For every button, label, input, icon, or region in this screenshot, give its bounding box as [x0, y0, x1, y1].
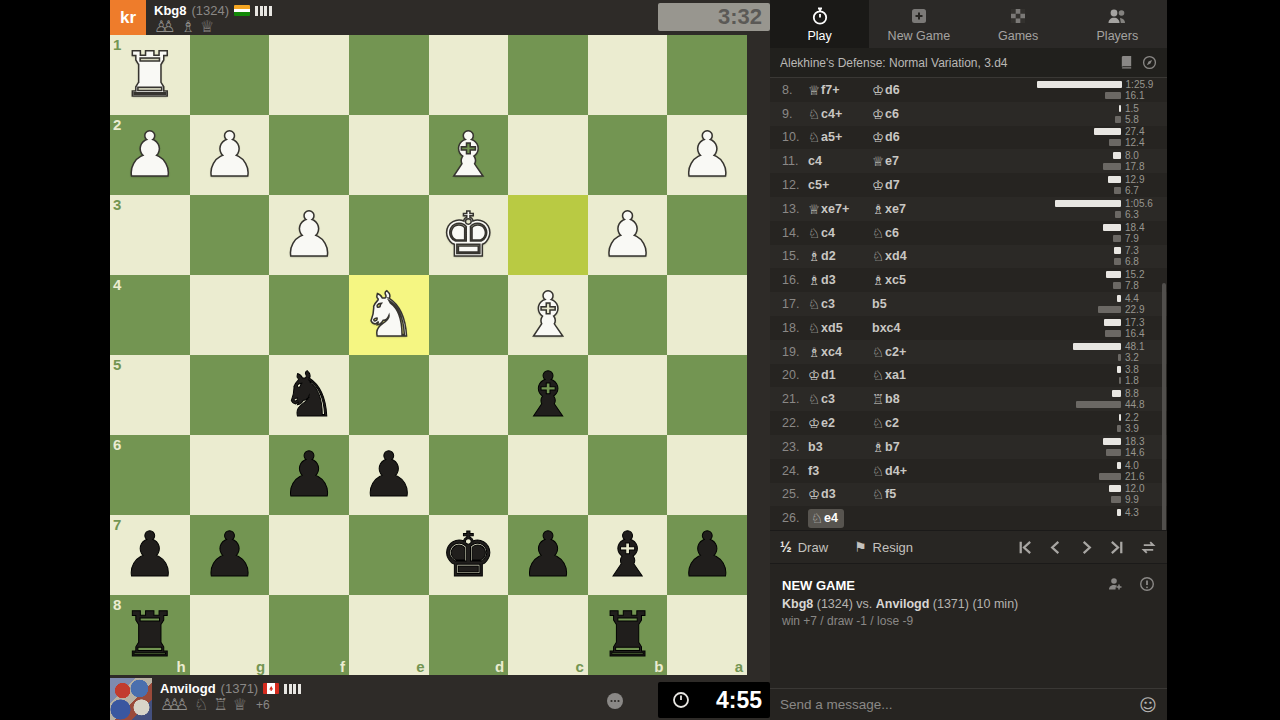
square-c1[interactable] [508, 35, 588, 115]
game-matchup: Kbg8 (1324) vs. Anvilogd (1371) (10 min) [782, 597, 1155, 611]
bottom-player-clock: 4:55 [658, 682, 770, 718]
move-number: 21. [782, 392, 808, 406]
n-piece-icon: ♘ [872, 248, 884, 264]
square-c4[interactable]: ♝ [508, 275, 588, 355]
opening-book-icon[interactable] [1119, 55, 1134, 70]
black-pawn-g7: ♟ [202, 516, 258, 594]
move-row-25: 25.♔d3♘f512.09.9 [770, 483, 1167, 507]
connection-signal-icon [255, 6, 272, 16]
move-times: 12.96.7 [1037, 174, 1167, 196]
file-label: e [416, 658, 424, 675]
player-name: Kbg8 [154, 3, 187, 18]
game-info: NEW GAME Kbg8 (1324) vs. Anvilogd (1371)… [770, 564, 1167, 628]
captured-pieces-tray: ♙♙♗♕ [154, 19, 272, 35]
file-label: a [735, 658, 743, 675]
n-piece-icon: ♘ [808, 296, 820, 312]
black-move[interactable]: ♗xe7 [872, 201, 1037, 217]
b-piece-icon: ♗ [872, 201, 884, 217]
top-player-clock: 3:32 [658, 3, 770, 31]
square-g6[interactable] [190, 435, 270, 515]
n-piece-icon: ♘ [808, 106, 820, 122]
square-a4[interactable] [667, 275, 747, 355]
k-piece-icon: ♔ [808, 367, 820, 383]
square-f8[interactable]: f [269, 595, 349, 675]
square-a8[interactable]: a [667, 595, 747, 675]
captured-b-icon: ♗ [181, 19, 195, 35]
b-piece-icon: ♗ [872, 272, 884, 288]
white-pawn-a2: ♟ [679, 116, 735, 194]
rank-label: 4 [113, 276, 121, 293]
nav-prev-button[interactable] [1047, 539, 1064, 556]
white-move[interactable]: ♔d3 [808, 486, 872, 502]
move-number: 17. [782, 297, 808, 311]
white-move[interactable]: ♘e4 [808, 509, 872, 528]
square-g3[interactable] [190, 195, 270, 275]
rank-label: 3 [113, 196, 121, 213]
square-a2[interactable]: ♟ [667, 115, 747, 195]
nav-first-button[interactable] [1016, 539, 1033, 556]
move-number: 13. [782, 202, 808, 216]
square-b6[interactable] [588, 435, 668, 515]
scrollbar-thumb[interactable] [1162, 283, 1166, 530]
n-piece-icon: ♘ [811, 510, 823, 526]
square-e4[interactable]: ♞ [349, 275, 429, 355]
b-piece-icon: ♗ [872, 439, 884, 455]
b-piece-icon: ♗ [808, 344, 820, 360]
move-row-19: 19.♗xc4♘c2+48.13.2 [770, 340, 1167, 364]
move-row-14: 14.♘c4♘c618.47.9 [770, 221, 1167, 245]
white-rook-h1: ♜ [122, 36, 178, 114]
rank-label: 7 [113, 516, 121, 533]
black-rook-b8: ♜ [600, 596, 656, 674]
black-move[interactable]: ♔c6 [872, 106, 1037, 122]
chat-input[interactable]: Send a message... [780, 697, 1139, 712]
white-pawn-f3: ♟ [281, 196, 337, 274]
square-g7[interactable]: ♟ [190, 515, 270, 595]
move-number: 23. [782, 440, 808, 454]
square-f4[interactable] [269, 275, 349, 355]
black-move[interactable]: ♘xa1 [872, 367, 1037, 383]
black-move[interactable]: ♘c2 [872, 415, 1037, 431]
black-move[interactable]: bxc4 [872, 321, 1037, 335]
square-b2[interactable] [588, 115, 668, 195]
black-move[interactable]: ♔d7 [872, 177, 1037, 193]
black-pawn-e6: ♟ [361, 436, 417, 514]
side-panel: Play New Game Games Players Alekhine's D… [770, 0, 1167, 720]
move-row-20: 20.♔d1♘xa13.81.8 [770, 364, 1167, 388]
black-rook-h8: ♜ [122, 596, 178, 674]
file-label: g [256, 658, 265, 675]
square-h3[interactable]: 3 [110, 195, 190, 275]
move-times: 4.021.6 [1037, 460, 1167, 482]
captured-q-icon: ♕ [200, 19, 214, 35]
white-move[interactable]: ♘xd5 [808, 320, 872, 336]
tab-bar: Play New Game Games Players [770, 0, 1167, 48]
r-piece-icon: ♖ [872, 391, 884, 407]
chat-row: Send a message... ☺ [770, 688, 1167, 720]
square-b8[interactable]: b♜ [588, 595, 668, 675]
square-b4[interactable] [588, 275, 668, 355]
file-label: c [575, 658, 583, 675]
white-king-d3: ♚ [441, 196, 497, 274]
square-d4[interactable] [429, 275, 509, 355]
square-b1[interactable] [588, 35, 668, 115]
move-row-24: 24.f3♘d4+4.021.6 [770, 459, 1167, 483]
move-number: 18. [782, 321, 808, 335]
black-bishop-b7: ♝ [600, 516, 656, 594]
square-f7[interactable] [269, 515, 349, 595]
square-h8[interactable]: 8h♜ [110, 595, 190, 675]
top-player-bar: kr Kbg8 (1324) ♙♙♗♕ [110, 0, 747, 35]
square-b7[interactable]: ♝ [588, 515, 668, 595]
black-move[interactable]: ♖b8 [872, 391, 1037, 407]
q-piece-icon: ♕ [872, 153, 884, 169]
avatar[interactable]: kr [110, 0, 146, 35]
move-row-22: 22.♔e2♘c22.23.9 [770, 411, 1167, 435]
black-move[interactable]: ♗xc5 [872, 272, 1037, 288]
square-d2[interactable]: ♝ [429, 115, 509, 195]
rank-label: 5 [113, 356, 121, 373]
square-g8[interactable]: g [190, 595, 270, 675]
move-times: 4.3 [1037, 507, 1167, 529]
captured-r-icon: ♖ [213, 697, 227, 713]
n-piece-icon: ♘ [808, 225, 820, 241]
move-number: 20. [782, 368, 808, 382]
square-e6[interactable]: ♟ [349, 435, 429, 515]
square-e8[interactable]: e [349, 595, 429, 675]
file-label: b [654, 658, 663, 675]
smiley-icon[interactable]: ☺ [1139, 695, 1157, 715]
square-e3[interactable] [349, 195, 429, 275]
square-a5[interactable] [667, 355, 747, 435]
black-move[interactable]: ♗b7 [872, 439, 1037, 455]
white-pawn-h2: ♟ [122, 116, 178, 194]
move-row-16: 16.♗d3♗xc515.27.8 [770, 268, 1167, 292]
alert-icon[interactable] [1139, 576, 1155, 592]
square-a3[interactable] [667, 195, 747, 275]
checkerboard-icon [1008, 6, 1028, 26]
square-b3[interactable]: ♟ [588, 195, 668, 275]
move-times: 7.36.8 [1037, 245, 1167, 267]
player-name: Anvilogd [160, 681, 216, 696]
rank-label: 1 [113, 36, 121, 53]
k-piece-icon: ♔ [872, 129, 884, 145]
black-move[interactable]: ♘c2+ [872, 344, 1037, 360]
move-number: 24. [782, 464, 808, 478]
square-c2[interactable] [508, 115, 588, 195]
n-piece-icon: ♘ [808, 391, 820, 407]
square-e7[interactable] [349, 515, 429, 595]
n-piece-icon: ♘ [872, 344, 884, 360]
square-f5[interactable]: ♞ [269, 355, 349, 435]
people-icon [1106, 6, 1128, 26]
captured-p-icon: ♙♙ [154, 19, 176, 35]
move-number: 19. [782, 345, 808, 359]
square-d5[interactable] [429, 355, 509, 435]
file-label: h [176, 658, 185, 675]
file-label: f [340, 658, 345, 675]
tab-new-game[interactable]: New Game [869, 0, 968, 48]
white-move[interactable]: ♗xc4 [808, 344, 872, 360]
k-piece-icon: ♔ [808, 486, 820, 502]
move-row-18: 18.♘xd5bxc417.316.4 [770, 316, 1167, 340]
black-move[interactable]: ♔d6 [872, 82, 1037, 98]
move-list: 8.♕f7+♔d61:25.916.19.♘c4+♔c61.55.810.♘a5… [770, 78, 1167, 530]
move-row-21: 21.♘c3♖b88.844.8 [770, 387, 1167, 411]
opening-row: Alekhine's Defense: Normal Variation, 3.… [770, 48, 1167, 78]
white-move[interactable]: ♘c3 [808, 391, 872, 407]
move-times: 15.27.8 [1037, 269, 1167, 291]
material-advantage: +6 [256, 697, 270, 713]
move-number: 22. [782, 416, 808, 430]
n-piece-icon: ♘ [872, 486, 884, 502]
black-king-d7: ♚ [441, 516, 497, 594]
move-times: 1:25.916.1 [1037, 79, 1167, 101]
square-c6[interactable] [508, 435, 588, 515]
white-move[interactable]: ♘c3 [808, 296, 872, 312]
move-number: 10. [782, 130, 808, 144]
chat-bubble-icon[interactable] [605, 691, 625, 715]
rank-label: 6 [113, 436, 121, 453]
half-point-icon: ½ [780, 539, 792, 555]
move-row-9: 9.♘c4+♔c61.55.8 [770, 102, 1167, 126]
k-piece-icon: ♔ [872, 82, 884, 98]
square-e5[interactable] [349, 355, 429, 435]
connection-signal-icon [284, 684, 301, 694]
move-number: 16. [782, 273, 808, 287]
white-bishop-d2: ♝ [441, 116, 497, 194]
black-move[interactable]: ♘xd4 [872, 248, 1037, 264]
square-a6[interactable] [667, 435, 747, 515]
square-c8[interactable]: c [508, 595, 588, 675]
captured-p-icon: ♙♙♙ [160, 697, 189, 713]
square-f1[interactable] [269, 35, 349, 115]
move-times: 27.412.4 [1037, 126, 1167, 148]
move-number: 25. [782, 487, 808, 501]
n-piece-icon: ♘ [872, 463, 884, 479]
move-row-11: 11.c4♕e78.017.8 [770, 149, 1167, 173]
move-number: 9. [782, 107, 808, 121]
move-times: 1.55.8 [1037, 103, 1167, 125]
black-bishop-c5: ♝ [520, 356, 576, 434]
k-piece-icon: ♔ [872, 177, 884, 193]
white-move[interactable]: ♗d3 [808, 272, 872, 288]
board: 1♜2♟♟♝♟3♟♚♟4♞♝5♞♝6♟♟7♟♟♚♟♝♟8h♜gfedcb♜a [110, 35, 747, 675]
white-pawn-g2: ♟ [202, 116, 258, 194]
move-number: 8. [782, 83, 808, 97]
move-times: 18.314.6 [1037, 436, 1167, 458]
square-e1[interactable] [349, 35, 429, 115]
move-number: 14. [782, 226, 808, 240]
square-a7[interactable]: ♟ [667, 515, 747, 595]
square-d3[interactable]: ♚ [429, 195, 509, 275]
b-piece-icon: ♗ [808, 272, 820, 288]
square-h4[interactable]: 4 [110, 275, 190, 355]
app: kr Kbg8 (1324) ♙♙♗♕ 3:32 ⚙ 1♜2♟♟♝♟3♟♚♟4♞… [0, 0, 1280, 720]
black-pawn-a7: ♟ [679, 516, 735, 594]
square-c7[interactable]: ♟ [508, 515, 588, 595]
n-piece-icon: ♘ [872, 225, 884, 241]
square-f3[interactable]: ♟ [269, 195, 349, 275]
white-move[interactable]: ♘c4 [808, 225, 872, 241]
white-move[interactable]: ♘c4+ [808, 106, 872, 122]
white-move[interactable]: ♗d2 [808, 248, 872, 264]
square-a1[interactable] [667, 35, 747, 115]
b-piece-icon: ♗ [808, 248, 820, 264]
clock-icon [672, 691, 690, 709]
avatar[interactable] [110, 678, 152, 720]
n-piece-icon: ♘ [808, 320, 820, 336]
india-flag-icon [234, 5, 250, 16]
bottom-player-bar: Anvilogd (1371) ♙♙♙♘♖♕+6 [110, 678, 747, 720]
square-e2[interactable] [349, 115, 429, 195]
black-pawn-c7: ♟ [520, 516, 576, 594]
game-info-heading: NEW GAME [782, 578, 1155, 593]
black-move[interactable]: ♔d6 [872, 129, 1037, 145]
tab-players[interactable]: Players [1068, 0, 1167, 48]
game-area: kr Kbg8 (1324) ♙♙♗♕ 3:32 ⚙ 1♜2♟♟♝♟3♟♚♟4♞… [110, 0, 770, 720]
nav-next-button[interactable] [1078, 539, 1095, 556]
move-row-10: 10.♘a5+♔d627.412.4 [770, 126, 1167, 150]
black-pawn-f6: ♟ [281, 436, 337, 514]
add-friend-icon[interactable] [1107, 576, 1123, 592]
white-move[interactable]: b3 [808, 440, 872, 454]
white-pawn-b3: ♟ [600, 196, 656, 274]
square-c3[interactable] [508, 195, 588, 275]
square-b5[interactable] [588, 355, 668, 435]
move-row-15: 15.♗d2♘xd47.36.8 [770, 245, 1167, 269]
white-move[interactable]: ♔e2 [808, 415, 872, 431]
move-number: 11. [782, 154, 808, 168]
square-h1[interactable]: 1♜ [110, 35, 190, 115]
game-controls: ½ Draw ⚑ Resign [770, 530, 1167, 564]
square-g1[interactable] [190, 35, 270, 115]
square-d1[interactable] [429, 35, 509, 115]
black-pawn-h7: ♟ [122, 516, 178, 594]
white-knight-e4: ♞ [361, 276, 417, 354]
draw-button[interactable]: ½ Draw [780, 539, 828, 555]
opening-name: Alekhine's Defense: Normal Variation, 3.… [780, 56, 1111, 70]
nav-last-button[interactable] [1109, 539, 1126, 556]
flip-board-icon[interactable] [1140, 539, 1157, 556]
move-number: 15. [782, 249, 808, 263]
square-h7[interactable]: 7♟ [110, 515, 190, 595]
resign-flag-icon: ⚑ [854, 539, 867, 555]
square-g2[interactable]: ♟ [190, 115, 270, 195]
rating-odds: win +7 / draw -1 / lose -9 [782, 614, 1155, 628]
n-piece-icon: ♘ [808, 129, 820, 145]
q-piece-icon: ♕ [808, 201, 820, 217]
white-move[interactable]: ♔d1 [808, 367, 872, 383]
square-f2[interactable] [269, 115, 349, 195]
square-f6[interactable]: ♟ [269, 435, 349, 515]
square-g4[interactable] [190, 275, 270, 355]
black-move[interactable]: ♘d4+ [872, 463, 1037, 479]
move-row-23: 23.b3♗b718.314.6 [770, 435, 1167, 459]
move-row-17: 17.♘c3b54.422.9 [770, 292, 1167, 316]
move-row-26: 26.♘e44.3 [770, 506, 1167, 530]
move-number: 12. [782, 178, 808, 192]
n-piece-icon: ♘ [872, 367, 884, 383]
move-number: 26. [782, 511, 808, 525]
black-move[interactable]: ♕e7 [872, 153, 1037, 169]
square-d7[interactable]: ♚ [429, 515, 509, 595]
k-piece-icon: ♔ [872, 106, 884, 122]
black-move[interactable]: ♘c6 [872, 225, 1037, 241]
stopwatch-icon [810, 6, 830, 26]
white-move[interactable]: ♕xe7+ [808, 201, 872, 217]
move-times: 4.422.9 [1037, 293, 1167, 315]
square-h2[interactable]: 2♟ [110, 115, 190, 195]
move-times: 2.23.9 [1037, 412, 1167, 434]
move-times: 17.316.4 [1037, 317, 1167, 339]
black-move[interactable]: b5 [872, 297, 1037, 311]
player-rating: (1371) [221, 681, 259, 696]
tab-play[interactable]: Play [770, 0, 869, 48]
move-times: 8.844.8 [1037, 388, 1167, 410]
square-d6[interactable] [429, 435, 509, 515]
resign-button[interactable]: ⚑ Resign [854, 539, 913, 555]
white-move[interactable]: ♘a5+ [808, 129, 872, 145]
k-piece-icon: ♔ [808, 415, 820, 431]
q-piece-icon: ♕ [808, 82, 820, 98]
move-times: 18.47.9 [1037, 222, 1167, 244]
move-times: 48.13.2 [1037, 341, 1167, 363]
move-times: 8.017.8 [1037, 150, 1167, 172]
move-row-8: 8.♕f7+♔d61:25.916.1 [770, 78, 1167, 102]
canada-flag-icon [263, 683, 279, 694]
black-knight-f5: ♞ [281, 356, 337, 434]
plus-square-icon [909, 6, 929, 26]
white-move[interactable]: f3 [808, 464, 872, 478]
white-bishop-c4: ♝ [520, 276, 576, 354]
rank-label: 2 [113, 116, 121, 133]
n-piece-icon: ♘ [872, 415, 884, 431]
player-rating: (1324) [192, 3, 230, 18]
captured-q-icon: ♕ [233, 697, 247, 713]
tab-games[interactable]: Games [969, 0, 1068, 48]
white-move[interactable]: c4 [808, 154, 872, 168]
square-d8[interactable]: d [429, 595, 509, 675]
white-move[interactable]: ♕f7+ [808, 82, 872, 98]
square-h5[interactable]: 5 [110, 355, 190, 435]
move-row-13: 13.♕xe7+♗xe71:05.66.3 [770, 197, 1167, 221]
move-times: 1:05.66.3 [1037, 198, 1167, 220]
square-h6[interactable]: 6 [110, 435, 190, 515]
explorer-compass-icon[interactable] [1142, 55, 1157, 70]
move-navigation [1016, 539, 1157, 556]
captured-n-icon: ♘ [194, 697, 208, 713]
rank-label: 8 [113, 596, 121, 613]
black-move[interactable]: ♘f5 [872, 486, 1037, 502]
white-move[interactable]: c5+ [808, 178, 872, 192]
square-c5[interactable]: ♝ [508, 355, 588, 435]
square-g5[interactable] [190, 355, 270, 435]
move-times: 12.09.9 [1037, 483, 1167, 505]
file-label: d [495, 658, 504, 675]
move-row-12: 12.c5+♔d712.96.7 [770, 173, 1167, 197]
move-times: 3.81.8 [1037, 364, 1167, 386]
captured-pieces-tray: ♙♙♙♘♖♕+6 [160, 697, 301, 713]
